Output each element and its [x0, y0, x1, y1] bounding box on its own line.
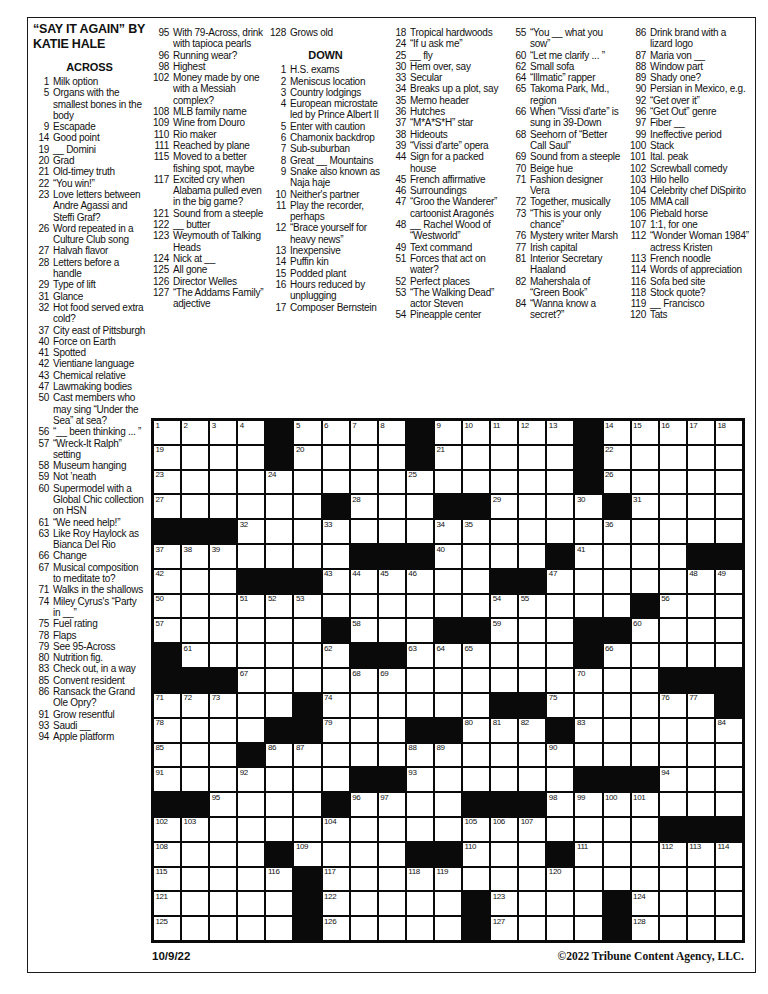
grid-cell-r12c12[interactable]	[462, 693, 490, 718]
grid-cell-r10c21[interactable]	[715, 643, 743, 668]
grid-cell-r3c5[interactable]: 24	[265, 470, 293, 495]
grid-cell-r8c16[interactable]	[574, 594, 602, 619]
grid-cell-r19c11[interactable]: 119	[434, 867, 462, 892]
grid-cell-r4c15[interactable]	[546, 494, 574, 519]
grid-cell-r20c5[interactable]	[265, 891, 293, 916]
grid-cell-r20c18[interactable]: 124	[631, 891, 659, 916]
grid-cell-r7c9[interactable]: 45	[378, 569, 406, 594]
grid-cell-r21c13[interactable]: 127	[490, 916, 518, 941]
grid-cell-r8c4[interactable]: 51	[237, 594, 265, 619]
grid-cell-r20c14[interactable]	[518, 891, 546, 916]
grid-cell-r11c14[interactable]	[518, 668, 546, 693]
grid-cell-r11c8[interactable]: 68	[350, 668, 378, 693]
grid-cell-r10c14[interactable]	[518, 643, 546, 668]
grid-cell-r7c7[interactable]: 43	[322, 569, 350, 594]
grid-cell-r16c17[interactable]: 100	[603, 792, 631, 817]
grid-cell-r3c13[interactable]	[490, 470, 518, 495]
grid-cell-r10c18[interactable]	[631, 643, 659, 668]
grid-cell-r14c6[interactable]: 87	[293, 743, 321, 768]
grid-cell-r12c8[interactable]	[350, 693, 378, 718]
grid-cell-r10c15[interactable]	[546, 643, 574, 668]
grid-cell-r19c10[interactable]: 118	[406, 867, 434, 892]
grid-cell-r13c1[interactable]: 78	[153, 718, 181, 743]
grid-cell-r18c13[interactable]	[490, 842, 518, 867]
grid-cell-r3c10[interactable]: 25	[406, 470, 434, 495]
grid-cell-r7c15[interactable]: 47	[546, 569, 574, 594]
grid-cell-r20c1[interactable]: 121	[153, 891, 181, 916]
grid-cell-r1c7[interactable]: 6	[322, 420, 350, 445]
grid-cell-r20c2[interactable]	[181, 891, 209, 916]
grid-cell-r12c4[interactable]	[237, 693, 265, 718]
grid-cell-r4c14[interactable]	[518, 494, 546, 519]
grid-cell-r5c18[interactable]	[631, 519, 659, 544]
grid-cell-r10c7[interactable]: 62	[322, 643, 350, 668]
grid-cell-r7c1[interactable]: 42	[153, 569, 181, 594]
grid-cell-r1c3[interactable]: 3	[209, 420, 237, 445]
grid-cell-r4c16[interactable]: 30	[574, 494, 602, 519]
grid-cell-r1c11[interactable]: 9	[434, 420, 462, 445]
grid-cell-r14c12[interactable]	[462, 743, 490, 768]
grid-cell-r16c11[interactable]	[434, 792, 462, 817]
grid-cell-r4c13[interactable]: 29	[490, 494, 518, 519]
grid-cell-r20c16[interactable]	[574, 891, 602, 916]
grid-cell-r15c2[interactable]	[181, 767, 209, 792]
grid-cell-r10c11[interactable]: 64	[434, 643, 462, 668]
grid-cell-r9c8[interactable]: 58	[350, 618, 378, 643]
grid-cell-r6c17[interactable]	[603, 544, 631, 569]
grid-cell-r19c12[interactable]	[462, 867, 490, 892]
grid-cell-r19c14[interactable]	[518, 867, 546, 892]
grid-cell-r17c2[interactable]: 103	[181, 817, 209, 842]
grid-cell-r16c3[interactable]: 95	[209, 792, 237, 817]
grid-cell-r5c15[interactable]	[546, 519, 574, 544]
grid-cell-r10c5[interactable]	[265, 643, 293, 668]
grid-cell-r16c19[interactable]	[659, 792, 687, 817]
grid-cell-r3c11[interactable]	[434, 470, 462, 495]
grid-cell-r8c12[interactable]	[462, 594, 490, 619]
grid-cell-r4c21[interactable]	[715, 494, 743, 519]
grid-cell-r18c4[interactable]	[237, 842, 265, 867]
grid-cell-r9c9[interactable]	[378, 618, 406, 643]
grid-cell-r18c12[interactable]: 110	[462, 842, 490, 867]
grid-cell-r5c19[interactable]	[659, 519, 687, 544]
grid-cell-r3c6[interactable]	[293, 470, 321, 495]
grid-cell-r17c7[interactable]: 104	[322, 817, 350, 842]
grid-cell-r20c8[interactable]	[350, 891, 378, 916]
grid-cell-r18c9[interactable]	[378, 842, 406, 867]
grid-cell-r21c4[interactable]	[237, 916, 265, 941]
grid-cell-r16c8[interactable]: 96	[350, 792, 378, 817]
grid-cell-r19c15[interactable]: 120	[546, 867, 574, 892]
grid-cell-r21c3[interactable]	[209, 916, 237, 941]
grid-cell-r4c4[interactable]	[237, 494, 265, 519]
grid-cell-r5c10[interactable]	[406, 519, 434, 544]
grid-cell-r9c21[interactable]	[715, 618, 743, 643]
grid-cell-r15c15[interactable]	[546, 767, 574, 792]
grid-cell-r11c17[interactable]	[603, 668, 631, 693]
grid-cell-r9c13[interactable]: 59	[490, 618, 518, 643]
grid-cell-r8c17[interactable]	[603, 594, 631, 619]
grid-cell-r2c1[interactable]: 19	[153, 445, 181, 470]
grid-cell-r7c21[interactable]: 49	[715, 569, 743, 594]
grid-cell-r14c17[interactable]	[603, 743, 631, 768]
grid-cell-r13c13[interactable]: 81	[490, 718, 518, 743]
grid-cell-r7c12[interactable]	[462, 569, 490, 594]
grid-cell-r10c2[interactable]: 61	[181, 643, 209, 668]
grid-cell-r11c6[interactable]	[293, 668, 321, 693]
grid-cell-r6c16[interactable]: 41	[574, 544, 602, 569]
grid-cell-r17c1[interactable]: 102	[153, 817, 181, 842]
grid-cell-r1c9[interactable]: 8	[378, 420, 406, 445]
grid-cell-r8c1[interactable]: 50	[153, 594, 181, 619]
grid-cell-r16c5[interactable]	[265, 792, 293, 817]
grid-cell-r20c11[interactable]	[434, 891, 462, 916]
grid-cell-r14c2[interactable]	[181, 743, 209, 768]
grid-cell-r21c5[interactable]	[265, 916, 293, 941]
grid-cell-r13c9[interactable]	[378, 718, 406, 743]
grid-cell-r21c1[interactable]: 125	[153, 916, 181, 941]
grid-cell-r9c2[interactable]	[181, 618, 209, 643]
grid-cell-r2c12[interactable]	[462, 445, 490, 470]
grid-cell-r14c3[interactable]	[209, 743, 237, 768]
grid-cell-r3c7[interactable]	[322, 470, 350, 495]
grid-cell-r11c16[interactable]: 70	[574, 668, 602, 693]
grid-cell-r17c18[interactable]	[631, 817, 659, 842]
grid-cell-r7c8[interactable]: 44	[350, 569, 378, 594]
grid-cell-r6c4[interactable]	[237, 544, 265, 569]
grid-cell-r3c4[interactable]	[237, 470, 265, 495]
grid-cell-r1c4[interactable]: 4	[237, 420, 265, 445]
grid-cell-r20c4[interactable]	[237, 891, 265, 916]
grid-cell-r9c5[interactable]	[265, 618, 293, 643]
grid-cell-r6c13[interactable]	[490, 544, 518, 569]
grid-cell-r1c8[interactable]: 7	[350, 420, 378, 445]
grid-cell-r3c21[interactable]	[715, 470, 743, 495]
grid-cell-r19c17[interactable]	[603, 867, 631, 892]
grid-cell-r13c16[interactable]: 83	[574, 718, 602, 743]
grid-cell-r17c6[interactable]	[293, 817, 321, 842]
grid-cell-r13c12[interactable]: 80	[462, 718, 490, 743]
grid-cell-r1c20[interactable]: 17	[687, 420, 715, 445]
grid-cell-r18c6[interactable]: 109	[293, 842, 321, 867]
grid-cell-r10c13[interactable]	[490, 643, 518, 668]
grid-cell-r2c19[interactable]	[659, 445, 687, 470]
grid-cell-r18c20[interactable]: 113	[687, 842, 715, 867]
grid-cell-r21c21[interactable]	[715, 916, 743, 941]
grid-cell-r11c10[interactable]	[406, 668, 434, 693]
grid-cell-r5c4[interactable]: 32	[237, 519, 265, 544]
grid-cell-r16c16[interactable]: 99	[574, 792, 602, 817]
grid-cell-r21c2[interactable]	[181, 916, 209, 941]
grid-cell-r6c3[interactable]: 39	[209, 544, 237, 569]
grid-cell-r2c14[interactable]	[518, 445, 546, 470]
grid-cell-r10c4[interactable]	[237, 643, 265, 668]
grid-cell-r15c20[interactable]	[687, 767, 715, 792]
grid-cell-r20c15[interactable]	[546, 891, 574, 916]
grid-cell-r19c9[interactable]	[378, 867, 406, 892]
grid-cell-r7c10[interactable]: 46	[406, 569, 434, 594]
grid-cell-r10c3[interactable]	[209, 643, 237, 668]
grid-cell-r7c17[interactable]	[603, 569, 631, 594]
grid-cell-r8c15[interactable]	[546, 594, 574, 619]
grid-cell-r2c6[interactable]: 20	[293, 445, 321, 470]
grid-cell-r5c16[interactable]	[574, 519, 602, 544]
grid-cell-r6c1[interactable]: 37	[153, 544, 181, 569]
grid-cell-r15c5[interactable]	[265, 767, 293, 792]
grid-cell-r18c16[interactable]: 111	[574, 842, 602, 867]
grid-cell-r9c14[interactable]	[518, 618, 546, 643]
grid-cell-r20c10[interactable]	[406, 891, 434, 916]
grid-cell-r2c4[interactable]	[237, 445, 265, 470]
grid-cell-r4c20[interactable]	[687, 494, 715, 519]
grid-cell-r15c1[interactable]: 91	[153, 767, 181, 792]
grid-cell-r17c9[interactable]	[378, 817, 406, 842]
grid-cell-r5c9[interactable]	[378, 519, 406, 544]
grid-cell-r21c15[interactable]	[546, 916, 574, 941]
grid-cell-r13c8[interactable]	[350, 718, 378, 743]
grid-cell-r15c6[interactable]	[293, 767, 321, 792]
grid-cell-r4c5[interactable]	[265, 494, 293, 519]
grid-cell-r8c7[interactable]	[322, 594, 350, 619]
grid-cell-r13c20[interactable]	[687, 718, 715, 743]
grid-cell-r15c11[interactable]	[434, 767, 462, 792]
grid-cell-r1c1[interactable]: 1	[153, 420, 181, 445]
grid-cell-r15c3[interactable]	[209, 767, 237, 792]
grid-cell-r21c11[interactable]	[434, 916, 462, 941]
grid-cell-r14c8[interactable]	[350, 743, 378, 768]
grid-cell-r2c18[interactable]	[631, 445, 659, 470]
grid-cell-r14c7[interactable]	[322, 743, 350, 768]
grid-cell-r21c10[interactable]	[406, 916, 434, 941]
grid-cell-r4c18[interactable]: 31	[631, 494, 659, 519]
grid-cell-r13c19[interactable]	[659, 718, 687, 743]
grid-cell-r10c19[interactable]	[659, 643, 687, 668]
grid-cell-r21c7[interactable]: 126	[322, 916, 350, 941]
grid-cell-r20c13[interactable]: 123	[490, 891, 518, 916]
grid-cell-r5c5[interactable]	[265, 519, 293, 544]
grid-cell-r4c2[interactable]	[181, 494, 209, 519]
grid-cell-r2c20[interactable]	[687, 445, 715, 470]
grid-cell-r2c13[interactable]	[490, 445, 518, 470]
grid-cell-r17c14[interactable]: 107	[518, 817, 546, 842]
grid-cell-r1c14[interactable]: 12	[518, 420, 546, 445]
grid-cell-r9c20[interactable]	[687, 618, 715, 643]
grid-cell-r14c13[interactable]	[490, 743, 518, 768]
grid-cell-r5c7[interactable]: 33	[322, 519, 350, 544]
grid-cell-r19c20[interactable]	[687, 867, 715, 892]
grid-cell-r17c10[interactable]	[406, 817, 434, 842]
grid-cell-r12c20[interactable]: 77	[687, 693, 715, 718]
grid-cell-r5c21[interactable]	[715, 519, 743, 544]
grid-cell-r4c3[interactable]	[209, 494, 237, 519]
grid-cell-r15c4[interactable]: 92	[237, 767, 265, 792]
grid-cell-r16c6[interactable]	[293, 792, 321, 817]
grid-cell-r1c13[interactable]: 11	[490, 420, 518, 445]
grid-cell-r11c12[interactable]	[462, 668, 490, 693]
grid-cell-r19c21[interactable]	[715, 867, 743, 892]
grid-cell-r15c19[interactable]: 94	[659, 767, 687, 792]
grid-cell-r6c12[interactable]	[462, 544, 490, 569]
grid-cell-r16c10[interactable]	[406, 792, 434, 817]
grid-cell-r5c6[interactable]	[293, 519, 321, 544]
grid-cell-r6c18[interactable]	[631, 544, 659, 569]
grid-cell-r14c14[interactable]	[518, 743, 546, 768]
grid-cell-r9c3[interactable]	[209, 618, 237, 643]
grid-cell-r20c21[interactable]	[715, 891, 743, 916]
grid-cell-r12c9[interactable]	[378, 693, 406, 718]
grid-cell-r19c16[interactable]	[574, 867, 602, 892]
grid-cell-r14c1[interactable]: 85	[153, 743, 181, 768]
grid-cell-r3c12[interactable]	[462, 470, 490, 495]
grid-cell-r8c9[interactable]	[378, 594, 406, 619]
grid-cell-r5c13[interactable]	[490, 519, 518, 544]
grid-cell-r20c19[interactable]	[659, 891, 687, 916]
grid-cell-r13c14[interactable]: 82	[518, 718, 546, 743]
grid-cell-r6c7[interactable]	[322, 544, 350, 569]
grid-cell-r1c6[interactable]: 5	[293, 420, 321, 445]
grid-cell-r4c1[interactable]: 27	[153, 494, 181, 519]
grid-cell-r9c4[interactable]	[237, 618, 265, 643]
grid-cell-r17c13[interactable]: 106	[490, 817, 518, 842]
grid-cell-r18c17[interactable]	[603, 842, 631, 867]
grid-cell-r12c7[interactable]: 74	[322, 693, 350, 718]
grid-cell-r2c21[interactable]	[715, 445, 743, 470]
grid-cell-r18c3[interactable]	[209, 842, 237, 867]
grid-cell-r8c11[interactable]	[434, 594, 462, 619]
grid-cell-r2c2[interactable]	[181, 445, 209, 470]
grid-cell-r1c17[interactable]: 14	[603, 420, 631, 445]
grid-cell-r18c8[interactable]	[350, 842, 378, 867]
grid-cell-r19c7[interactable]: 117	[322, 867, 350, 892]
grid-cell-r12c5[interactable]	[265, 693, 293, 718]
grid-cell-r8c19[interactable]: 56	[659, 594, 687, 619]
grid-cell-r13c7[interactable]: 79	[322, 718, 350, 743]
grid-cell-r14c5[interactable]: 86	[265, 743, 293, 768]
grid-cell-r3c2[interactable]	[181, 470, 209, 495]
grid-cell-r3c17[interactable]: 26	[603, 470, 631, 495]
grid-cell-r14c9[interactable]	[378, 743, 406, 768]
grid-cell-r3c14[interactable]	[518, 470, 546, 495]
grid-cell-r8c13[interactable]: 54	[490, 594, 518, 619]
grid-cell-r3c8[interactable]	[350, 470, 378, 495]
grid-cell-r11c11[interactable]	[434, 668, 462, 693]
grid-cell-r1c21[interactable]: 18	[715, 420, 743, 445]
grid-cell-r2c7[interactable]	[322, 445, 350, 470]
grid-cell-r1c19[interactable]: 16	[659, 420, 687, 445]
grid-cell-r12c19[interactable]: 76	[659, 693, 687, 718]
grid-cell-r9c15[interactable]	[546, 618, 574, 643]
grid-cell-r13c2[interactable]	[181, 718, 209, 743]
grid-cell-r15c7[interactable]	[322, 767, 350, 792]
grid-cell-r4c19[interactable]	[659, 494, 687, 519]
grid-cell-r14c15[interactable]: 90	[546, 743, 574, 768]
grid-cell-r11c15[interactable]	[546, 668, 574, 693]
grid-cell-r7c3[interactable]	[209, 569, 237, 594]
grid-cell-r10c20[interactable]	[687, 643, 715, 668]
grid-cell-r4c8[interactable]: 28	[350, 494, 378, 519]
grid-cell-r16c4[interactable]	[237, 792, 265, 817]
grid-cell-r5c12[interactable]: 35	[462, 519, 490, 544]
grid-cell-r11c5[interactable]	[265, 668, 293, 693]
grid-cell-r19c8[interactable]	[350, 867, 378, 892]
grid-cell-r18c2[interactable]	[181, 842, 209, 867]
grid-cell-r14c16[interactable]	[574, 743, 602, 768]
grid-cell-r20c3[interactable]	[209, 891, 237, 916]
grid-cell-r15c12[interactable]	[462, 767, 490, 792]
grid-cell-r17c5[interactable]	[265, 817, 293, 842]
grid-cell-r19c2[interactable]	[181, 867, 209, 892]
grid-cell-r12c2[interactable]: 72	[181, 693, 209, 718]
grid-cell-r3c1[interactable]: 23	[153, 470, 181, 495]
grid-cell-r17c8[interactable]	[350, 817, 378, 842]
grid-cell-r9c6[interactable]	[293, 618, 321, 643]
grid-cell-r8c10[interactable]	[406, 594, 434, 619]
grid-cell-r2c15[interactable]	[546, 445, 574, 470]
grid-cell-r9c19[interactable]	[659, 618, 687, 643]
grid-cell-r6c2[interactable]: 38	[181, 544, 209, 569]
grid-cell-r9c1[interactable]: 57	[153, 618, 181, 643]
grid-cell-r10c17[interactable]: 66	[603, 643, 631, 668]
grid-cell-r6c19[interactable]	[659, 544, 687, 569]
grid-cell-r10c6[interactable]	[293, 643, 321, 668]
grid-cell-r11c13[interactable]	[490, 668, 518, 693]
grid-cell-r11c4[interactable]: 67	[237, 668, 265, 693]
grid-cell-r21c8[interactable]	[350, 916, 378, 941]
grid-cell-r10c12[interactable]: 65	[462, 643, 490, 668]
grid-cell-r21c14[interactable]	[518, 916, 546, 941]
grid-cell-r2c11[interactable]: 21	[434, 445, 462, 470]
grid-cell-r13c17[interactable]	[603, 718, 631, 743]
grid-cell-r13c3[interactable]	[209, 718, 237, 743]
grid-cell-r16c18[interactable]: 101	[631, 792, 659, 817]
grid-cell-r12c16[interactable]	[574, 693, 602, 718]
grid-cell-r14c11[interactable]: 89	[434, 743, 462, 768]
grid-cell-r12c15[interactable]: 75	[546, 693, 574, 718]
grid-cell-r13c21[interactable]: 84	[715, 718, 743, 743]
grid-cell-r13c4[interactable]	[237, 718, 265, 743]
grid-cell-r5c14[interactable]	[518, 519, 546, 544]
grid-cell-r8c2[interactable]	[181, 594, 209, 619]
grid-cell-r16c15[interactable]: 98	[546, 792, 574, 817]
grid-cell-r7c20[interactable]: 48	[687, 569, 715, 594]
grid-cell-r3c3[interactable]	[209, 470, 237, 495]
grid-cell-r15c13[interactable]	[490, 767, 518, 792]
grid-cell-r11c7[interactable]	[322, 668, 350, 693]
grid-cell-r11c9[interactable]: 69	[378, 668, 406, 693]
grid-cell-r3c18[interactable]	[631, 470, 659, 495]
grid-cell-r16c20[interactable]	[687, 792, 715, 817]
grid-cell-r14c21[interactable]	[715, 743, 743, 768]
grid-cell-r4c6[interactable]	[293, 494, 321, 519]
grid-cell-r5c17[interactable]: 36	[603, 519, 631, 544]
grid-cell-r4c9[interactable]	[378, 494, 406, 519]
grid-cell-r20c9[interactable]	[378, 891, 406, 916]
grid-cell-r12c10[interactable]	[406, 693, 434, 718]
grid-cell-r18c21[interactable]: 114	[715, 842, 743, 867]
grid-cell-r8c20[interactable]	[687, 594, 715, 619]
grid-cell-r5c20[interactable]	[687, 519, 715, 544]
grid-cell-r14c19[interactable]	[659, 743, 687, 768]
grid-cell-r7c11[interactable]	[434, 569, 462, 594]
grid-cell-r5c8[interactable]	[350, 519, 378, 544]
grid-cell-r15c14[interactable]	[518, 767, 546, 792]
grid-cell-r7c2[interactable]	[181, 569, 209, 594]
grid-cell-r17c12[interactable]: 105	[462, 817, 490, 842]
grid-cell-r20c20[interactable]	[687, 891, 715, 916]
grid-cell-r2c3[interactable]	[209, 445, 237, 470]
grid-cell-r18c18[interactable]	[631, 842, 659, 867]
grid-cell-r19c4[interactable]	[237, 867, 265, 892]
